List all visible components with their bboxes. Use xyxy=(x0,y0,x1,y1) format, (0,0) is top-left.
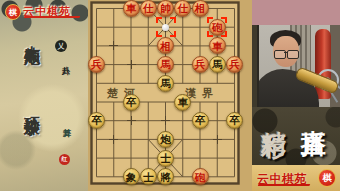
logo-underline xyxy=(24,16,81,18)
xiangqi-board[interactable]: 楚河 漢界 車仕帥仕相砲相車兵馬兵兵砲馬馬卒車卒卒卒炮士象士將 xyxy=(88,0,252,191)
brand-badge-icon: 棋 xyxy=(318,169,336,187)
piece-black-elephant[interactable]: 象 xyxy=(123,168,140,185)
piece-black-pawn[interactable]: 卒 xyxy=(192,112,209,129)
floral-deco-strip xyxy=(252,0,340,25)
point-marker xyxy=(109,135,118,144)
red-seal-icon: 红 xyxy=(59,154,70,165)
point-marker xyxy=(109,41,118,50)
piece-black-horse[interactable]: 馬 xyxy=(209,56,226,73)
episode-title-line2: 巧妙谋子 xyxy=(24,104,40,108)
piece-red-pawn[interactable]: 兵 xyxy=(88,56,105,73)
glasses-bridge xyxy=(284,52,287,53)
point-marker xyxy=(127,116,136,125)
right-stream-panel: 精彩 直播 云中棋苑 棋 xyxy=(252,0,340,191)
piece-red-pawn[interactable]: 兵 xyxy=(192,56,209,73)
left-title-panel: 棋 云中棋苑 大斗顺炮 巧妙谋子 乂 八卦 算卦 红 xyxy=(0,0,88,191)
piece-red-king[interactable]: 帥 xyxy=(157,0,174,17)
piece-black-pawn[interactable]: 卒 xyxy=(123,94,140,111)
logo-badge-icon: 棋 xyxy=(5,4,21,20)
piece-black-horse[interactable]: 馬 xyxy=(157,75,174,92)
piece-black-advisor[interactable]: 士 xyxy=(140,168,157,185)
live-banner: 精彩 直播 xyxy=(252,107,340,165)
piece-black-advisor[interactable]: 士 xyxy=(157,150,174,167)
live-word-highlight: 精彩 xyxy=(261,111,286,117)
dark-seal-icon: 乂 xyxy=(55,40,67,52)
brand-underline xyxy=(258,184,311,186)
piece-red-pawn[interactable]: 兵 xyxy=(226,56,243,73)
stream-frame: 棋 云中棋苑 大斗顺炮 巧妙谋子 乂 八卦 算卦 红 楚河 漢界 車仕帥仕相砲相… xyxy=(0,0,340,191)
piece-red-advisor[interactable]: 仕 xyxy=(140,0,157,17)
live-word-broadcast: 直播 xyxy=(301,109,326,115)
point-marker xyxy=(213,135,222,144)
piece-red-chariot[interactable]: 車 xyxy=(123,0,140,17)
piece-black-cannon[interactable]: 炮 xyxy=(157,131,174,148)
brand-strip: 云中棋苑 棋 xyxy=(252,165,340,191)
glasses-right-lens xyxy=(287,50,299,59)
piece-black-chariot[interactable]: 車 xyxy=(174,94,191,111)
point-marker xyxy=(161,116,170,125)
point-marker xyxy=(127,60,136,69)
piece-red-horse[interactable]: 馬 xyxy=(157,56,174,73)
webcam-video xyxy=(257,25,340,107)
piece-red-cannon[interactable]: 砲 xyxy=(209,19,226,36)
piece-red-elephant[interactable]: 相 xyxy=(192,0,209,17)
piece-red-cannon[interactable]: 砲 xyxy=(192,168,209,185)
episode-title-line1: 大斗顺炮 xyxy=(24,33,40,37)
